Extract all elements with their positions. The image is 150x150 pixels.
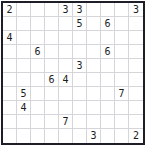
- puzzle-cell-r5c8[interactable]: [101, 59, 115, 73]
- clue-number: 3: [76, 5, 82, 15]
- puzzle-board: 233356466364574732: [1, 1, 145, 145]
- puzzle-cell-r9c4[interactable]: [45, 115, 59, 129]
- clue-number: 3: [62, 5, 68, 15]
- puzzle-cell-r8c9[interactable]: [115, 101, 129, 115]
- puzzle-cell-r10c7[interactable]: 3: [87, 129, 101, 143]
- puzzle-cell-r3c6[interactable]: [73, 31, 87, 45]
- puzzle-cell-r5c3[interactable]: [31, 59, 45, 73]
- puzzle-cell-r2c4[interactable]: [45, 17, 59, 31]
- clue-number: 5: [76, 19, 82, 29]
- puzzle-cell-r7c2[interactable]: 5: [17, 87, 31, 101]
- clue-number: 2: [133, 131, 139, 141]
- puzzle-cell-r10c1[interactable]: [3, 129, 17, 143]
- clue-number: 3: [90, 131, 96, 141]
- puzzle-cell-r3c10[interactable]: [129, 31, 143, 45]
- puzzle-cell-r3c4[interactable]: [45, 31, 59, 45]
- puzzle-cell-r8c6[interactable]: [73, 101, 87, 115]
- puzzle-cell-r4c2[interactable]: [17, 45, 31, 59]
- puzzle-cell-r3c9[interactable]: [115, 31, 129, 45]
- puzzle-cell-r5c4[interactable]: [45, 59, 59, 73]
- clue-number: 6: [48, 75, 54, 85]
- puzzle-cell-r9c8[interactable]: [101, 115, 115, 129]
- puzzle-cell-r10c6[interactable]: [73, 129, 87, 143]
- puzzle-cell-r2c6[interactable]: 5: [73, 17, 87, 31]
- puzzle-cell-r4c3[interactable]: 6: [31, 45, 45, 59]
- puzzle-cell-r2c1[interactable]: [3, 17, 17, 31]
- puzzle-cell-r9c2[interactable]: [17, 115, 31, 129]
- clue-number: 4: [6, 33, 12, 43]
- puzzle-cell-r3c8[interactable]: [101, 31, 115, 45]
- clue-number: 7: [118, 89, 124, 99]
- puzzle-cell-r7c8[interactable]: [101, 87, 115, 101]
- puzzle-cell-r8c7[interactable]: [87, 101, 101, 115]
- clue-number: 4: [20, 103, 26, 113]
- puzzle-cell-r5c6[interactable]: 3: [73, 59, 87, 73]
- puzzle-cell-r4c4[interactable]: [45, 45, 59, 59]
- puzzle-cell-r9c7[interactable]: [87, 115, 101, 129]
- puzzle-cell-r8c5[interactable]: [59, 101, 73, 115]
- puzzle-cell-r5c9[interactable]: [115, 59, 129, 73]
- puzzle-cell-r4c6[interactable]: [73, 45, 87, 59]
- puzzle-cell-r1c7[interactable]: [87, 3, 101, 17]
- puzzle-cell-r1c10[interactable]: 3: [129, 3, 143, 17]
- clue-number: 4: [62, 75, 68, 85]
- puzzle-cell-r4c5[interactable]: [59, 45, 73, 59]
- puzzle-cell-r6c3[interactable]: [31, 73, 45, 87]
- puzzle-cell-r3c7[interactable]: [87, 31, 101, 45]
- puzzle-cell-r1c6[interactable]: 3: [73, 3, 87, 17]
- puzzle-cell-r8c2[interactable]: 4: [17, 101, 31, 115]
- puzzle-cell-r10c9[interactable]: [115, 129, 129, 143]
- puzzle-cell-r1c4[interactable]: [45, 3, 59, 17]
- puzzle-cell-r6c5[interactable]: 4: [59, 73, 73, 87]
- puzzle-cell-r2c10[interactable]: [129, 17, 143, 31]
- puzzle-cell-r5c2[interactable]: [17, 59, 31, 73]
- puzzle-cell-r2c3[interactable]: [31, 17, 45, 31]
- puzzle-cell-r6c6[interactable]: [73, 73, 87, 87]
- puzzle-cell-r8c1[interactable]: [3, 101, 17, 115]
- puzzle-cell-r4c10[interactable]: [129, 45, 143, 59]
- puzzle-cell-r6c4[interactable]: 6: [45, 73, 59, 87]
- puzzle-cell-r5c10[interactable]: [129, 59, 143, 73]
- puzzle-cell-r5c5[interactable]: [59, 59, 73, 73]
- puzzle-cell-r7c4[interactable]: [45, 87, 59, 101]
- puzzle-cell-r3c2[interactable]: [17, 31, 31, 45]
- puzzle-cell-r9c9[interactable]: [115, 115, 129, 129]
- puzzle-cell-r7c3[interactable]: [31, 87, 45, 101]
- puzzle-cell-r6c1[interactable]: [3, 73, 17, 87]
- clue-number: 6: [104, 19, 110, 29]
- puzzle-cell-r2c7[interactable]: [87, 17, 101, 31]
- puzzle-cell-r7c10[interactable]: [129, 87, 143, 101]
- puzzle-cell-r4c9[interactable]: [115, 45, 129, 59]
- puzzle-cell-r2c5[interactable]: [59, 17, 73, 31]
- clue-number: 3: [76, 61, 82, 71]
- puzzle-cell-r4c8[interactable]: 6: [101, 45, 115, 59]
- puzzle-cell-r3c3[interactable]: [31, 31, 45, 45]
- puzzle-cell-r8c4[interactable]: [45, 101, 59, 115]
- puzzle-cell-r10c4[interactable]: [45, 129, 59, 143]
- puzzle-cell-r7c5[interactable]: [59, 87, 73, 101]
- puzzle-cell-r6c2[interactable]: [17, 73, 31, 87]
- clue-number: 6: [34, 47, 40, 57]
- puzzle-cell-r1c2[interactable]: [17, 3, 31, 17]
- puzzle-cell-r9c10[interactable]: [129, 115, 143, 129]
- puzzle-cell-r7c7[interactable]: [87, 87, 101, 101]
- clue-number: 5: [20, 89, 26, 99]
- puzzle-cell-r4c7[interactable]: [87, 45, 101, 59]
- puzzle-cell-r3c1[interactable]: 4: [3, 31, 17, 45]
- puzzle-cell-r10c3[interactable]: [31, 129, 45, 143]
- puzzle-cell-r2c2[interactable]: [17, 17, 31, 31]
- clue-number: 3: [133, 5, 139, 15]
- puzzle-cell-r7c1[interactable]: [3, 87, 17, 101]
- puzzle-cell-r2c8[interactable]: 6: [101, 17, 115, 31]
- puzzle-cell-r3c5[interactable]: [59, 31, 73, 45]
- puzzle-cell-r1c9[interactable]: [115, 3, 129, 17]
- puzzle-cell-r7c9[interactable]: 7: [115, 87, 129, 101]
- puzzle-cell-r5c1[interactable]: [3, 59, 17, 73]
- puzzle-cell-r9c6[interactable]: [73, 115, 87, 129]
- puzzle-cell-r8c8[interactable]: [101, 101, 115, 115]
- puzzle-cell-r9c3[interactable]: [31, 115, 45, 129]
- puzzle-cell-r8c3[interactable]: [31, 101, 45, 115]
- puzzle-cell-r1c1[interactable]: 2: [3, 3, 17, 17]
- clue-number: 2: [6, 5, 12, 15]
- puzzle-cell-r9c1[interactable]: [3, 115, 17, 129]
- puzzle-cell-r1c3[interactable]: [31, 3, 45, 17]
- puzzle-cell-r1c5[interactable]: 3: [59, 3, 73, 17]
- puzzle-cell-r8c10[interactable]: [129, 101, 143, 115]
- puzzle-cell-r4c1[interactable]: [3, 45, 17, 59]
- clue-number: 7: [62, 117, 68, 127]
- puzzle-cell-r6c8[interactable]: [101, 73, 115, 87]
- puzzle-cell-r6c9[interactable]: [115, 73, 129, 87]
- clue-number: 6: [104, 47, 110, 57]
- puzzle-cell-r1c8[interactable]: [101, 3, 115, 17]
- puzzle-cell-r10c10[interactable]: 2: [129, 129, 143, 143]
- puzzle-cell-r10c2[interactable]: [17, 129, 31, 143]
- puzzle-cell-r6c7[interactable]: [87, 73, 101, 87]
- puzzle-cell-r2c9[interactable]: [115, 17, 129, 31]
- puzzle-cell-r7c6[interactable]: [73, 87, 87, 101]
- puzzle-cell-r5c7[interactable]: [87, 59, 101, 73]
- puzzle-cell-r9c5[interactable]: 7: [59, 115, 73, 129]
- puzzle-cell-r10c8[interactable]: [101, 129, 115, 143]
- puzzle-cell-r10c5[interactable]: [59, 129, 73, 143]
- puzzle-cell-r6c10[interactable]: [129, 73, 143, 87]
